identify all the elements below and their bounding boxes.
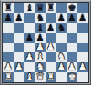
piece-black-bishop-d6: ♝ bbox=[36, 23, 45, 32]
piece-white-queen-d1: ♛ bbox=[36, 72, 45, 81]
square-f3[interactable]: ♞ bbox=[56, 52, 67, 62]
piece-white-pawn-e4: ♟ bbox=[46, 43, 55, 52]
square-c5[interactable]: ♟ bbox=[24, 33, 35, 43]
square-c1[interactable]: ♝ bbox=[24, 72, 35, 82]
square-e5[interactable] bbox=[46, 33, 57, 43]
square-c6[interactable] bbox=[24, 23, 35, 33]
square-b7[interactable]: ♟ bbox=[14, 13, 25, 23]
piece-black-pawn-f7: ♟ bbox=[57, 13, 66, 22]
square-g5[interactable] bbox=[67, 33, 78, 43]
piece-white-pawn-c3: ♟ bbox=[25, 52, 34, 61]
piece-black-rook-e8: ♜ bbox=[46, 3, 55, 12]
square-a8[interactable]: ♜ bbox=[3, 3, 14, 13]
square-c3[interactable]: ♟ bbox=[24, 52, 35, 62]
square-f4[interactable] bbox=[56, 43, 67, 53]
square-c8[interactable]: ♝ bbox=[24, 3, 35, 13]
square-c4[interactable] bbox=[24, 43, 35, 53]
square-d6[interactable]: ♝ bbox=[35, 23, 46, 33]
piece-white-rook-e1: ♜ bbox=[46, 72, 55, 81]
square-a5[interactable] bbox=[3, 33, 14, 43]
square-a4[interactable] bbox=[3, 43, 14, 53]
square-h2[interactable]: ♟ bbox=[77, 62, 88, 72]
square-b1[interactable] bbox=[14, 72, 25, 82]
square-c7[interactable] bbox=[24, 13, 35, 23]
piece-black-pawn-c5: ♟ bbox=[25, 33, 34, 42]
square-a3[interactable] bbox=[3, 52, 14, 62]
square-a1[interactable]: ♜ bbox=[3, 72, 14, 82]
square-e8[interactable]: ♜ bbox=[46, 3, 57, 13]
chess-board: ♜♝♛♜♚♟♟♞♟♟♟♝♟♞♟♟♟♟♟♝♞♟♟♞♟♟♟♜♝♛♜♚ bbox=[2, 2, 89, 83]
piece-white-pawn-d4: ♟ bbox=[36, 43, 45, 52]
square-d3[interactable]: ♝ bbox=[35, 52, 46, 62]
piece-black-king-g8: ♚ bbox=[68, 3, 77, 12]
square-h1[interactable] bbox=[77, 72, 88, 82]
piece-white-pawn-a2: ♟ bbox=[4, 62, 13, 71]
square-b3[interactable] bbox=[14, 52, 25, 62]
square-g7[interactable]: ♟ bbox=[67, 13, 78, 23]
square-h5[interactable] bbox=[77, 33, 88, 43]
square-h3[interactable] bbox=[77, 52, 88, 62]
piece-white-king-g1: ♚ bbox=[68, 72, 77, 81]
square-g8[interactable]: ♚ bbox=[67, 3, 78, 13]
square-b8[interactable] bbox=[14, 3, 25, 13]
square-f6[interactable]: ♞ bbox=[56, 23, 67, 33]
square-g4[interactable] bbox=[67, 43, 78, 53]
piece-white-pawn-b2: ♟ bbox=[14, 62, 23, 71]
square-g2[interactable]: ♟ bbox=[67, 62, 78, 72]
square-b5[interactable] bbox=[14, 33, 25, 43]
square-h4[interactable] bbox=[77, 43, 88, 53]
square-b2[interactable]: ♟ bbox=[14, 62, 25, 72]
square-e1[interactable]: ♜ bbox=[46, 72, 57, 82]
piece-white-bishop-c1: ♝ bbox=[25, 72, 34, 81]
square-c2[interactable] bbox=[24, 62, 35, 72]
square-f8[interactable] bbox=[56, 3, 67, 13]
square-h8[interactable] bbox=[77, 3, 88, 13]
board-frame: ♜♝♛♜♚♟♟♞♟♟♟♝♟♞♟♟♟♟♟♝♞♟♟♞♟♟♟♜♝♛♜♚ bbox=[0, 0, 91, 85]
square-f7[interactable]: ♟ bbox=[56, 13, 67, 23]
piece-black-pawn-g7: ♟ bbox=[68, 13, 77, 22]
square-g1[interactable]: ♚ bbox=[67, 72, 78, 82]
square-a2[interactable]: ♟ bbox=[3, 62, 14, 72]
piece-white-pawn-g2: ♟ bbox=[68, 62, 77, 71]
square-f2[interactable]: ♟ bbox=[56, 62, 67, 72]
piece-black-queen-d8: ♛ bbox=[36, 3, 45, 12]
piece-white-rook-a1: ♜ bbox=[4, 72, 13, 81]
square-d4[interactable]: ♟ bbox=[35, 43, 46, 53]
square-h7[interactable]: ♟ bbox=[77, 13, 88, 23]
piece-black-knight-d7: ♞ bbox=[36, 13, 45, 22]
square-e7[interactable] bbox=[46, 13, 57, 23]
square-d1[interactable]: ♛ bbox=[35, 72, 46, 82]
square-d7[interactable]: ♞ bbox=[35, 13, 46, 23]
piece-white-knight-f3: ♞ bbox=[57, 52, 66, 61]
piece-black-rook-a8: ♜ bbox=[4, 3, 13, 12]
piece-white-pawn-h2: ♟ bbox=[78, 62, 87, 71]
piece-white-bishop-d3: ♝ bbox=[36, 52, 45, 61]
square-b4[interactable] bbox=[14, 43, 25, 53]
piece-black-bishop-c8: ♝ bbox=[25, 3, 34, 12]
square-e6[interactable]: ♟ bbox=[46, 23, 57, 33]
piece-black-pawn-a7: ♟ bbox=[4, 13, 13, 22]
square-e4[interactable]: ♟ bbox=[46, 43, 57, 53]
piece-black-pawn-h7: ♟ bbox=[78, 13, 87, 22]
square-a7[interactable]: ♟ bbox=[3, 13, 14, 23]
square-d2[interactable]: ♞ bbox=[35, 62, 46, 72]
square-b6[interactable] bbox=[14, 23, 25, 33]
piece-white-pawn-f2: ♟ bbox=[57, 62, 66, 71]
square-e2[interactable] bbox=[46, 62, 57, 72]
piece-white-knight-d2: ♞ bbox=[36, 62, 45, 71]
square-d5[interactable]: ♟ bbox=[35, 33, 46, 43]
square-a6[interactable] bbox=[3, 23, 14, 33]
square-f5[interactable] bbox=[56, 33, 67, 43]
square-g3[interactable] bbox=[67, 52, 78, 62]
square-g6[interactable] bbox=[67, 23, 78, 33]
square-e3[interactable] bbox=[46, 52, 57, 62]
piece-black-pawn-b7: ♟ bbox=[14, 13, 23, 22]
square-h6[interactable] bbox=[77, 23, 88, 33]
piece-black-pawn-d5: ♟ bbox=[36, 33, 45, 42]
piece-black-pawn-e6: ♟ bbox=[46, 23, 55, 32]
square-f1[interactable] bbox=[56, 72, 67, 82]
piece-black-knight-f6: ♞ bbox=[57, 23, 66, 32]
square-d8[interactable]: ♛ bbox=[35, 3, 46, 13]
